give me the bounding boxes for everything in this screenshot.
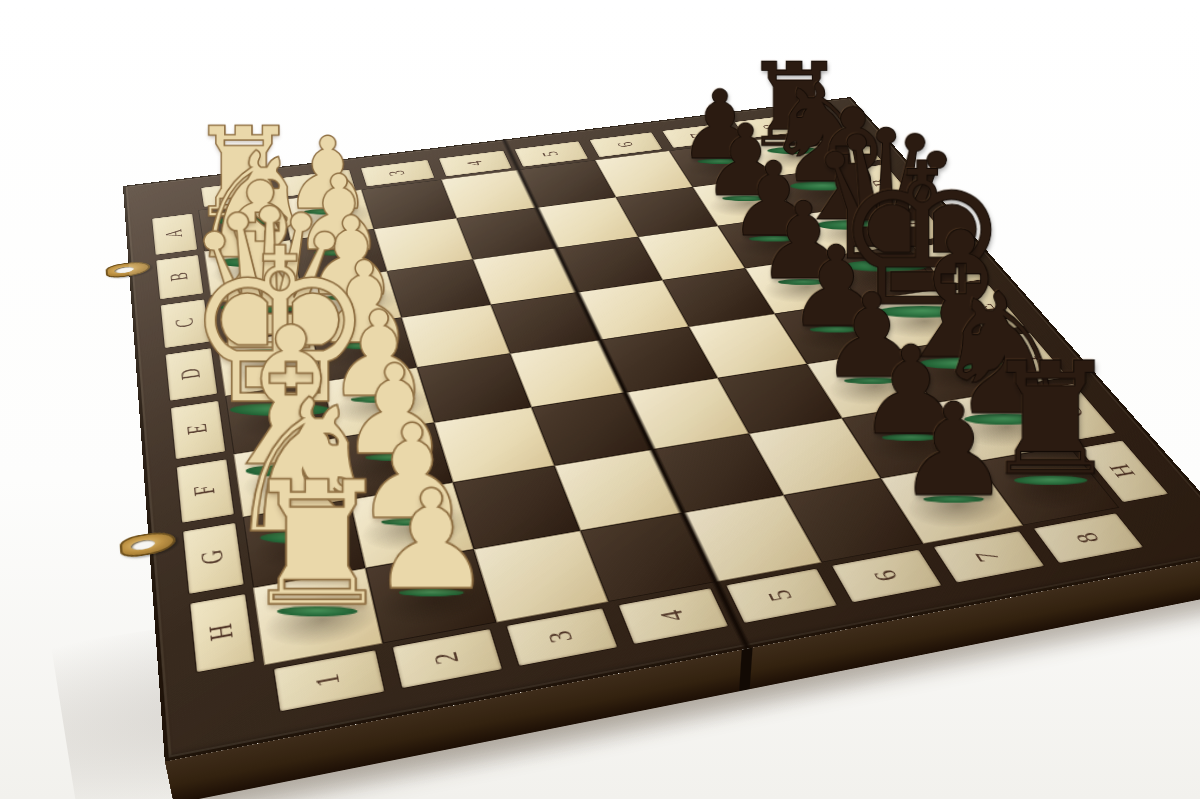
piece-white-rook-h1: ♜ bbox=[240, 460, 394, 632]
board-squares: ♜♟♟♜♞♟♟♞♝♟♟♝♛♟♟♛♚♟♟♚♝♟♟♝♞♟♟♞♜♟♟♜ bbox=[198, 132, 1119, 665]
rank-label-7: 7 bbox=[934, 531, 1044, 582]
rank-label-8: 8 bbox=[1033, 513, 1143, 563]
piece-black-pawn-h7: ♟ bbox=[896, 386, 1011, 514]
product-photo-scene: ABCDEFGH ABCDEFGH 12345678 12345678 ♜♟♟♜… bbox=[0, 0, 1200, 799]
